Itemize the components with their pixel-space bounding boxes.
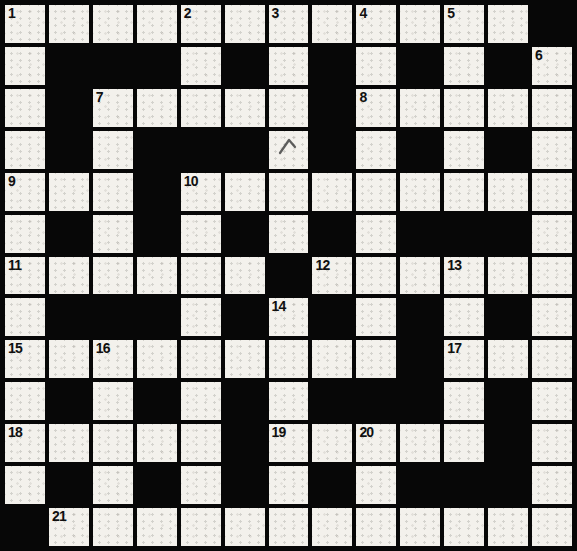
white-cell-r13c12[interactable]: [488, 508, 528, 546]
white-cell-r10c7[interactable]: [269, 382, 309, 420]
white-cell-r3c11[interactable]: [444, 89, 484, 127]
white-cell-r12c5[interactable]: [181, 466, 221, 504]
black-cell-r4c12: [488, 131, 528, 169]
white-cell-r11c8[interactable]: [312, 424, 352, 462]
clue-number-15: 15: [8, 340, 22, 356]
black-cell-r10c9: [356, 382, 396, 420]
white-cell-r13c11[interactable]: [444, 508, 484, 546]
white-cell-r7c13[interactable]: [532, 257, 572, 295]
white-cell-r8c13[interactable]: [532, 298, 572, 336]
white-cell-r4c11[interactable]: [444, 131, 484, 169]
white-cell-r7c11[interactable]: 13: [444, 257, 484, 295]
white-cell-r9c8[interactable]: [312, 340, 352, 378]
white-cell-r12c13[interactable]: [532, 466, 572, 504]
white-cell-r13c7[interactable]: [269, 508, 309, 546]
clue-number-13: 13: [447, 257, 461, 273]
white-cell-r5c9[interactable]: [356, 173, 396, 211]
white-cell-r2c11[interactable]: [444, 47, 484, 85]
white-cell-r9c13[interactable]: [532, 340, 572, 378]
black-cell-r6c4: [137, 215, 177, 253]
white-cell-r13c2[interactable]: 21: [49, 508, 89, 546]
white-cell-r5c8[interactable]: [312, 173, 352, 211]
white-cell-r7c5[interactable]: [181, 257, 221, 295]
clue-number-5: 5: [447, 5, 454, 21]
black-cell-r12c4: [137, 466, 177, 504]
white-cell-r9c3[interactable]: 16: [93, 340, 133, 378]
white-cell-r10c3[interactable]: [93, 382, 133, 420]
white-cell-r1c11[interactable]: 5: [444, 5, 484, 43]
white-cell-r1c9[interactable]: 4: [356, 5, 396, 43]
black-cell-r2c6: [225, 47, 265, 85]
white-cell-r11c7[interactable]: 19: [269, 424, 309, 462]
white-cell-r7c1[interactable]: 11: [5, 257, 45, 295]
white-cell-r5c12[interactable]: [488, 173, 528, 211]
white-cell-r13c13[interactable]: [532, 508, 572, 546]
black-cell-r9c10: [400, 340, 440, 378]
white-cell-r7c6[interactable]: [225, 257, 265, 295]
white-cell-r13c4[interactable]: [137, 508, 177, 546]
clue-number-6: 6: [535, 47, 542, 63]
white-cell-r3c3[interactable]: 7: [93, 89, 133, 127]
white-cell-r7c4[interactable]: [137, 257, 177, 295]
black-cell-r2c2: [49, 47, 89, 85]
black-cell-r8c4: [137, 298, 177, 336]
white-cell-r2c7[interactable]: [269, 47, 309, 85]
white-cell-r3c7[interactable]: [269, 89, 309, 127]
black-cell-r6c10: [400, 215, 440, 253]
clue-number-12: 12: [315, 257, 329, 273]
clue-number-4: 4: [359, 5, 366, 21]
black-cell-r10c2: [49, 382, 89, 420]
white-cell-r9c2[interactable]: [49, 340, 89, 378]
white-cell-r10c11[interactable]: [444, 382, 484, 420]
black-cell-r8c3: [93, 298, 133, 336]
white-cell-r9c7[interactable]: [269, 340, 309, 378]
white-cell-r7c3[interactable]: [93, 257, 133, 295]
white-cell-r5c2[interactable]: [49, 173, 89, 211]
white-cell-r9c4[interactable]: [137, 340, 177, 378]
white-cell-r4c3[interactable]: [93, 131, 133, 169]
white-cell-r5c5[interactable]: 10: [181, 173, 221, 211]
white-cell-r11c10[interactable]: [400, 424, 440, 462]
white-cell-r10c5[interactable]: [181, 382, 221, 420]
black-cell-r4c8: [312, 131, 352, 169]
white-cell-r9c5[interactable]: [181, 340, 221, 378]
white-cell-r12c7[interactable]: [269, 466, 309, 504]
white-cell-r7c2[interactable]: [49, 257, 89, 295]
white-cell-r12c9[interactable]: [356, 466, 396, 504]
black-cell-r10c4: [137, 382, 177, 420]
white-cell-r2c1[interactable]: [5, 47, 45, 85]
white-cell-r9c1[interactable]: 15: [5, 340, 45, 378]
clue-number-14: 14: [272, 298, 286, 314]
black-cell-r4c5: [181, 131, 221, 169]
white-cell-r5c3[interactable]: [93, 173, 133, 211]
clue-number-9: 9: [8, 173, 15, 189]
black-cell-r13c1: [5, 508, 45, 546]
white-cell-r6c1[interactable]: [5, 215, 45, 253]
white-cell-r4c9[interactable]: [356, 131, 396, 169]
clue-number-19: 19: [272, 424, 286, 440]
white-cell-r1c5[interactable]: 2: [181, 5, 221, 43]
black-cell-r10c12: [488, 382, 528, 420]
black-cell-r12c2: [49, 466, 89, 504]
black-cell-r6c11: [444, 215, 484, 253]
black-cell-r8c2: [49, 298, 89, 336]
white-cell-r3c1[interactable]: [5, 89, 45, 127]
white-cell-r9c11[interactable]: 17: [444, 340, 484, 378]
white-cell-r1c4[interactable]: [137, 5, 177, 43]
white-cell-r3c9[interactable]: 8: [356, 89, 396, 127]
white-cell-r6c7[interactable]: [269, 215, 309, 253]
white-cell-r9c12[interactable]: [488, 340, 528, 378]
white-cell-r13c8[interactable]: [312, 508, 352, 546]
white-cell-r4c13[interactable]: [532, 131, 572, 169]
white-cell-r1c10[interactable]: [400, 5, 440, 43]
black-cell-r10c6: [225, 382, 265, 420]
black-cell-r2c12: [488, 47, 528, 85]
white-cell-r12c1[interactable]: [5, 466, 45, 504]
pen-mark-annotation: [276, 136, 302, 158]
black-cell-r1c13: [532, 5, 572, 43]
clue-number-3: 3: [272, 5, 279, 21]
black-cell-r11c6: [225, 424, 265, 462]
white-cell-r12c3[interactable]: [93, 466, 133, 504]
black-cell-r6c2: [49, 215, 89, 253]
black-cell-r7c7: [269, 257, 309, 295]
white-cell-r11c1[interactable]: 18: [5, 424, 45, 462]
black-cell-r2c3: [93, 47, 133, 85]
white-cell-r9c9[interactable]: [356, 340, 396, 378]
white-cell-r1c6[interactable]: [225, 5, 265, 43]
clue-number-7: 7: [96, 89, 103, 105]
black-cell-r11c12: [488, 424, 528, 462]
white-cell-r7c12[interactable]: [488, 257, 528, 295]
white-cell-r2c9[interactable]: [356, 47, 396, 85]
white-cell-r9c6[interactable]: [225, 340, 265, 378]
black-cell-r5c4: [137, 173, 177, 211]
white-cell-r3c13[interactable]: [532, 89, 572, 127]
white-cell-r4c7[interactable]: [269, 131, 309, 169]
clue-number-2: 2: [184, 5, 191, 21]
black-cell-r8c10: [400, 298, 440, 336]
black-cell-r2c8: [312, 47, 352, 85]
black-cell-r4c2: [49, 131, 89, 169]
black-cell-r3c2: [49, 89, 89, 127]
white-cell-r6c3[interactable]: [93, 215, 133, 253]
black-cell-r6c8: [312, 215, 352, 253]
black-cell-r4c4: [137, 131, 177, 169]
white-cell-r10c1[interactable]: [5, 382, 45, 420]
white-cell-r11c13[interactable]: [532, 424, 572, 462]
black-cell-r12c12: [488, 466, 528, 504]
clue-number-16: 16: [96, 340, 110, 356]
white-cell-r8c5[interactable]: [181, 298, 221, 336]
black-cell-r10c8: [312, 382, 352, 420]
white-cell-r8c11[interactable]: [444, 298, 484, 336]
clue-number-18: 18: [8, 424, 22, 440]
white-cell-r7c8[interactable]: 12: [312, 257, 352, 295]
black-cell-r8c12: [488, 298, 528, 336]
white-cell-r4c1[interactable]: [5, 131, 45, 169]
black-cell-r3c8: [312, 89, 352, 127]
white-cell-r5c13[interactable]: [532, 173, 572, 211]
black-cell-r2c10: [400, 47, 440, 85]
white-cell-r3c12[interactable]: [488, 89, 528, 127]
black-cell-r12c6: [225, 466, 265, 504]
white-cell-r11c9[interactable]: 20: [356, 424, 396, 462]
white-cell-r8c7[interactable]: 14: [269, 298, 309, 336]
black-cell-r12c11: [444, 466, 484, 504]
black-cell-r12c8: [312, 466, 352, 504]
white-cell-r13c9[interactable]: [356, 508, 396, 546]
black-cell-r4c10: [400, 131, 440, 169]
white-cell-r13c3[interactable]: [93, 508, 133, 546]
white-cell-r3c6[interactable]: [225, 89, 265, 127]
white-cell-r11c2[interactable]: [49, 424, 89, 462]
white-cell-r2c13[interactable]: 6: [532, 47, 572, 85]
black-cell-r8c8: [312, 298, 352, 336]
clue-number-20: 20: [359, 424, 373, 440]
white-cell-r1c8[interactable]: [312, 5, 352, 43]
clue-number-8: 8: [359, 89, 366, 105]
white-cell-r1c1[interactable]: 1: [5, 5, 45, 43]
white-cell-r11c11[interactable]: [444, 424, 484, 462]
white-cell-r2c5[interactable]: [181, 47, 221, 85]
clue-number-11: 11: [8, 257, 21, 273]
black-cell-r6c12: [488, 215, 528, 253]
black-cell-r12c10: [400, 466, 440, 504]
clue-number-17: 17: [447, 340, 461, 356]
black-cell-r6c6: [225, 215, 265, 253]
black-cell-r8c6: [225, 298, 265, 336]
white-cell-r11c4[interactable]: [137, 424, 177, 462]
crossword-board: 123456789101112131415161718192021: [0, 0, 577, 551]
white-cell-r10c13[interactable]: [532, 382, 572, 420]
white-cell-r13c6[interactable]: [225, 508, 265, 546]
clue-number-1: 1: [8, 5, 15, 21]
white-cell-r13c5[interactable]: [181, 508, 221, 546]
white-cell-r6c9[interactable]: [356, 215, 396, 253]
white-cell-r11c5[interactable]: [181, 424, 221, 462]
black-cell-r2c4: [137, 47, 177, 85]
white-cell-r5c10[interactable]: [400, 173, 440, 211]
white-cell-r13c10[interactable]: [400, 508, 440, 546]
white-cell-r6c13[interactable]: [532, 215, 572, 253]
white-cell-r3c10[interactable]: [400, 89, 440, 127]
white-cell-r8c9[interactable]: [356, 298, 396, 336]
white-cell-r7c10[interactable]: [400, 257, 440, 295]
white-cell-r3c5[interactable]: [181, 89, 221, 127]
white-cell-r5c1[interactable]: 9: [5, 173, 45, 211]
clue-number-21: 21: [52, 508, 66, 524]
white-cell-r1c7[interactable]: 3: [269, 5, 309, 43]
white-cell-r1c3[interactable]: [93, 5, 133, 43]
black-cell-r10c10: [400, 382, 440, 420]
clue-number-10: 10: [184, 173, 198, 189]
white-cell-r6c5[interactable]: [181, 215, 221, 253]
white-cell-r7c9[interactable]: [356, 257, 396, 295]
white-cell-r5c6[interactable]: [225, 173, 265, 211]
white-cell-r11c3[interactable]: [93, 424, 133, 462]
white-cell-r5c7[interactable]: [269, 173, 309, 211]
white-cell-r1c2[interactable]: [49, 5, 89, 43]
black-cell-r4c6: [225, 131, 265, 169]
white-cell-r1c12[interactable]: [488, 5, 528, 43]
white-cell-r8c1[interactable]: [5, 298, 45, 336]
white-cell-r5c11[interactable]: [444, 173, 484, 211]
white-cell-r3c4[interactable]: [137, 89, 177, 127]
